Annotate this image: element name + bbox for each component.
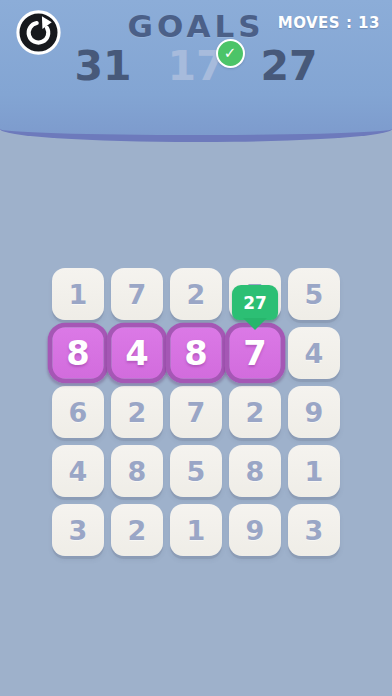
tile-r5c2[interactable]: 2 <box>111 504 163 556</box>
restart-button[interactable] <box>15 9 62 56</box>
header: GOALS MOVES : 13 31 17 ✓ 27 <box>0 0 392 142</box>
goal-complete-check-icon: ✓ <box>216 39 245 68</box>
tile-r2c5[interactable]: 4 <box>288 327 340 379</box>
tile-r4c2[interactable]: 8 <box>111 445 163 497</box>
board: 1725584874627294858132193 27 <box>52 268 340 556</box>
game-screen: GOALS MOVES : 13 31 17 ✓ 27 172558487462… <box>0 0 392 696</box>
moves-counter: MOVES : 13 <box>278 14 380 32</box>
tile-r3c1[interactable]: 6 <box>52 386 104 438</box>
tile-r4c3[interactable]: 5 <box>170 445 222 497</box>
tile-r2c1[interactable]: 8 <box>48 323 109 384</box>
tile-r5c5[interactable]: 3 <box>288 504 340 556</box>
tile-r1c2[interactable]: 7 <box>111 268 163 320</box>
goal-item-2: 17 ✓ <box>167 46 224 87</box>
tile-r5c3[interactable]: 1 <box>170 504 222 556</box>
tile-r5c4[interactable]: 9 <box>229 504 281 556</box>
tile-r1c3[interactable]: 2 <box>170 268 222 320</box>
tile-r4c4[interactable]: 8 <box>229 445 281 497</box>
tile-r2c3[interactable]: 8 <box>166 323 227 384</box>
goal-value: 31 <box>74 42 131 90</box>
tile-r3c5[interactable]: 9 <box>288 386 340 438</box>
selection-sum-badge: 27 <box>232 285 278 320</box>
tile-grid: 1725584874627294858132193 <box>52 268 340 556</box>
tile-r2c2[interactable]: 4 <box>107 323 168 384</box>
tile-r2c4[interactable]: 7 <box>225 323 286 384</box>
goal-value: 27 <box>261 42 318 90</box>
tile-r3c4[interactable]: 2 <box>229 386 281 438</box>
tile-r3c2[interactable]: 2 <box>111 386 163 438</box>
restart-icon <box>15 9 62 56</box>
tile-r3c3[interactable]: 7 <box>170 386 222 438</box>
tile-r4c5[interactable]: 1 <box>288 445 340 497</box>
selection-sum-value: 27 <box>243 293 267 313</box>
tile-r5c1[interactable]: 3 <box>52 504 104 556</box>
tile-r4c1[interactable]: 4 <box>52 445 104 497</box>
goal-item-3: 27 <box>261 46 318 87</box>
tile-r1c5[interactable]: 5 <box>288 268 340 320</box>
goal-item-1: 31 <box>74 46 131 87</box>
tile-r1c1[interactable]: 1 <box>52 268 104 320</box>
